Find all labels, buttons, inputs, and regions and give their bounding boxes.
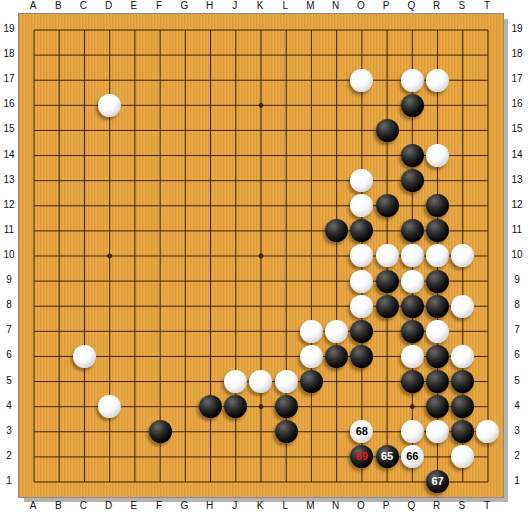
stone-white-k5 <box>249 370 272 393</box>
column-label: H <box>206 0 213 12</box>
row-label: 14 <box>511 149 522 161</box>
stone-black-p9 <box>376 270 399 293</box>
goban[interactable]: 6869656667 <box>18 13 504 498</box>
row-label: 5 <box>6 375 12 387</box>
stone-white-m6 <box>300 345 323 368</box>
row-label: 17 <box>3 73 14 85</box>
column-label: F <box>156 0 162 12</box>
stone-white-r17 <box>426 69 449 92</box>
row-label: 10 <box>3 249 14 261</box>
row-label: 13 <box>511 174 522 186</box>
stone-white-d16 <box>98 94 121 117</box>
column-label: N <box>332 0 339 12</box>
stone-white-l5 <box>275 370 298 393</box>
column-label: L <box>282 500 288 512</box>
row-label: 8 <box>6 299 12 311</box>
row-label: 6 <box>514 349 520 361</box>
row-label: 16 <box>511 98 522 110</box>
row-label: 12 <box>3 199 14 211</box>
row-label: 12 <box>511 199 522 211</box>
stone-black-s5 <box>451 370 474 393</box>
stone-black-m5 <box>300 370 323 393</box>
stone-white-d4 <box>98 395 121 418</box>
row-label: 2 <box>6 450 12 462</box>
stone-white-s6 <box>451 345 474 368</box>
row-label: 4 <box>514 400 520 412</box>
row-label: 7 <box>514 324 520 336</box>
stone-black-q11 <box>401 219 424 242</box>
stone-black-n6 <box>325 345 348 368</box>
stone-black-r4 <box>426 395 449 418</box>
stone-white-r14 <box>426 144 449 167</box>
column-label: T <box>484 500 490 512</box>
column-label: R <box>433 0 440 12</box>
column-label: B <box>55 500 62 512</box>
column-label: M <box>306 0 314 12</box>
move-number-label: 69 <box>356 451 368 462</box>
stone-black-f3 <box>149 420 172 443</box>
move-number-label: 66 <box>406 451 418 462</box>
row-label: 18 <box>3 48 14 60</box>
stone-black-r6 <box>426 345 449 368</box>
stone-black-r12 <box>426 194 449 217</box>
column-label: S <box>458 500 465 512</box>
column-label: Q <box>407 500 415 512</box>
stone-white-o8 <box>350 295 373 318</box>
row-label: 15 <box>3 123 14 135</box>
intersection-grid[interactable]: 6869656667 <box>21 17 500 494</box>
column-label: J <box>232 0 237 12</box>
column-label: P <box>383 500 390 512</box>
row-label: 16 <box>3 98 14 110</box>
column-label: C <box>80 0 87 12</box>
stone-white-q17 <box>401 69 424 92</box>
stone-black-p2: 65 <box>376 445 399 468</box>
column-label: E <box>131 0 138 12</box>
row-label: 1 <box>514 475 520 487</box>
stone-black-r1: 67 <box>426 470 449 493</box>
column-label: C <box>80 500 87 512</box>
move-number-label: 67 <box>431 476 443 487</box>
row-label: 13 <box>3 174 14 186</box>
column-label: R <box>433 500 440 512</box>
stone-black-o2: 69 <box>350 445 373 468</box>
go-diagram-page: 6869656667 AABBCCDDEEFFGGHHJJKKLLMMNNOOP… <box>0 0 529 514</box>
stone-white-m7 <box>300 320 323 343</box>
stone-white-q6 <box>401 345 424 368</box>
column-label: J <box>232 500 237 512</box>
stone-white-s8 <box>451 295 474 318</box>
column-label: F <box>156 500 162 512</box>
column-label: M <box>306 500 314 512</box>
stone-black-r8 <box>426 295 449 318</box>
stone-black-p15 <box>376 119 399 142</box>
stone-white-q3 <box>401 420 424 443</box>
row-label: 2 <box>514 450 520 462</box>
row-label: 18 <box>511 48 522 60</box>
move-number-label: 68 <box>356 426 368 437</box>
stone-black-q5 <box>401 370 424 393</box>
row-label: 7 <box>6 324 12 336</box>
column-label: A <box>30 0 37 12</box>
row-label: 9 <box>514 274 520 286</box>
stone-black-q7 <box>401 320 424 343</box>
stone-black-o11 <box>350 219 373 242</box>
stone-black-o7 <box>350 320 373 343</box>
column-label: G <box>180 500 188 512</box>
stone-black-s4 <box>451 395 474 418</box>
stone-white-q2: 66 <box>401 445 424 468</box>
stone-white-p10 <box>376 244 399 267</box>
row-label: 3 <box>514 425 520 437</box>
stone-black-n11 <box>325 219 348 242</box>
row-label: 5 <box>514 375 520 387</box>
stone-black-o6 <box>350 345 373 368</box>
stone-black-q13 <box>401 169 424 192</box>
row-label: 19 <box>511 23 522 35</box>
column-label: O <box>357 0 365 12</box>
row-label: 4 <box>6 400 12 412</box>
column-label: G <box>180 0 188 12</box>
row-label: 14 <box>3 149 14 161</box>
column-label: E <box>131 500 138 512</box>
row-label: 17 <box>511 73 522 85</box>
stone-white-s10 <box>451 244 474 267</box>
stone-black-j4 <box>224 395 247 418</box>
column-label: T <box>484 0 490 12</box>
row-label: 1 <box>6 475 12 487</box>
stone-black-l4 <box>275 395 298 418</box>
stone-white-o12 <box>350 194 373 217</box>
row-label: 3 <box>6 425 12 437</box>
stone-white-r10 <box>426 244 449 267</box>
row-label: 10 <box>511 249 522 261</box>
stone-white-n7 <box>325 320 348 343</box>
stone-white-o13 <box>350 169 373 192</box>
stone-white-r3 <box>426 420 449 443</box>
stone-black-q8 <box>401 295 424 318</box>
stone-black-r9 <box>426 270 449 293</box>
row-label: 8 <box>514 299 520 311</box>
stone-black-r11 <box>426 219 449 242</box>
stone-black-q14 <box>401 144 424 167</box>
row-label: 11 <box>4 224 14 236</box>
column-label: L <box>282 0 288 12</box>
stone-white-o10 <box>350 244 373 267</box>
row-label: 9 <box>6 274 12 286</box>
stone-black-h4 <box>199 395 222 418</box>
stone-white-o3: 68 <box>350 420 373 443</box>
stone-black-l3 <box>275 420 298 443</box>
stone-white-s2 <box>451 445 474 468</box>
stone-white-j5 <box>224 370 247 393</box>
column-label: A <box>30 500 37 512</box>
column-label: H <box>206 500 213 512</box>
stone-black-p12 <box>376 194 399 217</box>
column-label: K <box>257 500 264 512</box>
column-label: D <box>105 0 112 12</box>
stone-white-t3 <box>476 420 499 443</box>
stone-black-q16 <box>401 94 424 117</box>
column-label: N <box>332 500 339 512</box>
stone-white-q10 <box>401 244 424 267</box>
stone-white-r7 <box>426 320 449 343</box>
stone-white-o17 <box>350 69 373 92</box>
column-label: S <box>458 0 465 12</box>
row-label: 6 <box>6 349 12 361</box>
stone-white-c6 <box>73 345 96 368</box>
row-label: 11 <box>512 224 522 236</box>
stone-black-s3 <box>451 420 474 443</box>
column-label: B <box>55 0 62 12</box>
row-label: 19 <box>3 23 14 35</box>
stone-white-o9 <box>350 270 373 293</box>
column-label: D <box>105 500 112 512</box>
column-label: P <box>383 0 390 12</box>
column-label: K <box>257 0 264 12</box>
column-label: O <box>357 500 365 512</box>
stone-white-q9 <box>401 270 424 293</box>
move-number-label: 65 <box>381 451 393 462</box>
stone-black-r5 <box>426 370 449 393</box>
stone-black-p8 <box>376 295 399 318</box>
column-label: Q <box>407 0 415 12</box>
row-label: 15 <box>511 123 522 135</box>
